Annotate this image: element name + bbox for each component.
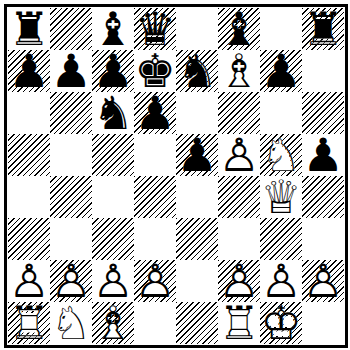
white-pawn-fill-layer: ♟ bbox=[218, 134, 260, 176]
white-pawn[interactable]: ♙ bbox=[218, 134, 260, 176]
black-rook[interactable]: ♜ bbox=[302, 8, 344, 50]
square-b2[interactable]: ♟♙ bbox=[50, 260, 92, 302]
square-f5[interactable]: ♟♙ bbox=[218, 134, 260, 176]
square-a3[interactable] bbox=[8, 218, 50, 260]
square-g8[interactable] bbox=[260, 8, 302, 50]
square-b4[interactable] bbox=[50, 176, 92, 218]
white-pawn[interactable]: ♙ bbox=[134, 260, 176, 302]
black-knight-fill-layer: ♞ bbox=[176, 50, 218, 92]
square-c2[interactable]: ♟♙ bbox=[92, 260, 134, 302]
white-bishop[interactable]: ♗ bbox=[218, 50, 260, 92]
square-c4[interactable] bbox=[92, 176, 134, 218]
black-queen-fill-layer: ♛ bbox=[134, 8, 176, 50]
square-d6[interactable]: ♟♟ bbox=[134, 92, 176, 134]
square-f3[interactable] bbox=[218, 218, 260, 260]
black-rook-fill-layer: ♜ bbox=[302, 8, 344, 50]
white-bishop-fill-layer: ♝ bbox=[92, 302, 134, 344]
square-h7[interactable] bbox=[302, 50, 344, 92]
board-frame: ♜♜♝♝♛♛♝♝♜♜♟♟♟♟♟♟♚♚♞♞♝♗♟♟♞♞♟♟♟♟♟♙♞♘♟♟♛♕♟♙… bbox=[4, 4, 348, 348]
white-pawn[interactable]: ♙ bbox=[302, 260, 344, 302]
white-queen[interactable]: ♕ bbox=[260, 176, 302, 218]
square-b5[interactable] bbox=[50, 134, 92, 176]
square-h3[interactable] bbox=[302, 218, 344, 260]
square-b6[interactable] bbox=[50, 92, 92, 134]
white-king-fill-layer: ♚ bbox=[260, 302, 302, 344]
black-pawn-fill-layer: ♟ bbox=[8, 50, 50, 92]
square-d5[interactable] bbox=[134, 134, 176, 176]
square-a7[interactable]: ♟♟ bbox=[8, 50, 50, 92]
square-b7[interactable]: ♟♟ bbox=[50, 50, 92, 92]
square-d4[interactable] bbox=[134, 176, 176, 218]
black-pawn[interactable]: ♟ bbox=[302, 134, 344, 176]
black-pawn-fill-layer: ♟ bbox=[134, 92, 176, 134]
chess-diagram: ♜♜♝♝♛♛♝♝♜♜♟♟♟♟♟♟♚♚♞♞♝♗♟♟♞♞♟♟♟♟♟♙♞♘♟♟♛♕♟♙… bbox=[0, 0, 350, 350]
black-bishop-fill-layer: ♝ bbox=[218, 8, 260, 50]
square-e6[interactable] bbox=[176, 92, 218, 134]
white-king[interactable]: ♔ bbox=[260, 302, 302, 344]
black-rook[interactable]: ♜ bbox=[8, 8, 50, 50]
white-knight[interactable]: ♘ bbox=[260, 134, 302, 176]
chess-board: ♜♜♝♝♛♛♝♝♜♜♟♟♟♟♟♟♚♚♞♞♝♗♟♟♞♞♟♟♟♟♟♙♞♘♟♟♛♕♟♙… bbox=[8, 8, 344, 344]
white-bishop[interactable]: ♗ bbox=[92, 302, 134, 344]
white-pawn[interactable]: ♙ bbox=[218, 260, 260, 302]
white-bishop-fill-layer: ♝ bbox=[218, 50, 260, 92]
square-g3[interactable] bbox=[260, 218, 302, 260]
black-king-fill-layer: ♚ bbox=[134, 50, 176, 92]
black-knight[interactable]: ♞ bbox=[176, 50, 218, 92]
black-bishop[interactable]: ♝ bbox=[92, 8, 134, 50]
square-e4[interactable] bbox=[176, 176, 218, 218]
black-pawn-fill-layer: ♟ bbox=[302, 134, 344, 176]
square-a1[interactable]: ♜♖ bbox=[8, 302, 50, 344]
square-d2[interactable]: ♟♙ bbox=[134, 260, 176, 302]
black-pawn-fill-layer: ♟ bbox=[50, 50, 92, 92]
white-pawn-fill-layer: ♟ bbox=[50, 260, 92, 302]
white-pawn-fill-layer: ♟ bbox=[218, 260, 260, 302]
square-h6[interactable] bbox=[302, 92, 344, 134]
white-pawn-fill-layer: ♟ bbox=[92, 260, 134, 302]
square-c8[interactable]: ♝♝ bbox=[92, 8, 134, 50]
square-a4[interactable] bbox=[8, 176, 50, 218]
square-h1[interactable] bbox=[302, 302, 344, 344]
square-e2[interactable] bbox=[176, 260, 218, 302]
black-pawn-fill-layer: ♟ bbox=[92, 50, 134, 92]
white-rook-fill-layer: ♜ bbox=[8, 302, 50, 344]
black-pawn-fill-layer: ♟ bbox=[176, 134, 218, 176]
black-king[interactable]: ♚ bbox=[134, 50, 176, 92]
square-e1[interactable] bbox=[176, 302, 218, 344]
white-pawn-fill-layer: ♟ bbox=[8, 260, 50, 302]
black-knight[interactable]: ♞ bbox=[92, 92, 134, 134]
square-c5[interactable] bbox=[92, 134, 134, 176]
square-f4[interactable] bbox=[218, 176, 260, 218]
square-f6[interactable] bbox=[218, 92, 260, 134]
black-pawn[interactable]: ♟ bbox=[176, 134, 218, 176]
square-g7[interactable]: ♟♟ bbox=[260, 50, 302, 92]
white-pawn[interactable]: ♙ bbox=[260, 260, 302, 302]
square-d7[interactable]: ♚♚ bbox=[134, 50, 176, 92]
square-d1[interactable] bbox=[134, 302, 176, 344]
square-d8[interactable]: ♛♛ bbox=[134, 8, 176, 50]
black-pawn[interactable]: ♟ bbox=[8, 50, 50, 92]
square-b1[interactable]: ♞♘ bbox=[50, 302, 92, 344]
square-e8[interactable] bbox=[176, 8, 218, 50]
square-c3[interactable] bbox=[92, 218, 134, 260]
square-g5[interactable]: ♞♘ bbox=[260, 134, 302, 176]
white-pawn-fill-layer: ♟ bbox=[302, 260, 344, 302]
square-a2[interactable]: ♟♙ bbox=[8, 260, 50, 302]
white-rook-fill-layer: ♜ bbox=[218, 302, 260, 344]
black-knight-fill-layer: ♞ bbox=[92, 92, 134, 134]
square-h2[interactable]: ♟♙ bbox=[302, 260, 344, 302]
black-bishop[interactable]: ♝ bbox=[218, 8, 260, 50]
square-f7[interactable]: ♝♗ bbox=[218, 50, 260, 92]
black-pawn[interactable]: ♟ bbox=[92, 50, 134, 92]
black-pawn-fill-layer: ♟ bbox=[260, 50, 302, 92]
black-bishop-fill-layer: ♝ bbox=[92, 8, 134, 50]
square-a8[interactable]: ♜♜ bbox=[8, 8, 50, 50]
square-g6[interactable] bbox=[260, 92, 302, 134]
square-b8[interactable] bbox=[50, 8, 92, 50]
white-pawn[interactable]: ♙ bbox=[8, 260, 50, 302]
white-queen-fill-layer: ♛ bbox=[260, 176, 302, 218]
black-pawn[interactable]: ♟ bbox=[260, 50, 302, 92]
white-pawn-fill-layer: ♟ bbox=[260, 260, 302, 302]
black-queen[interactable]: ♛ bbox=[134, 8, 176, 50]
square-h4[interactable] bbox=[302, 176, 344, 218]
square-b3[interactable] bbox=[50, 218, 92, 260]
white-rook[interactable]: ♖ bbox=[8, 302, 50, 344]
square-f2[interactable]: ♟♙ bbox=[218, 260, 260, 302]
square-c6[interactable]: ♞♞ bbox=[92, 92, 134, 134]
square-f1[interactable]: ♜♖ bbox=[218, 302, 260, 344]
square-d3[interactable] bbox=[134, 218, 176, 260]
square-c7[interactable]: ♟♟ bbox=[92, 50, 134, 92]
square-e7[interactable]: ♞♞ bbox=[176, 50, 218, 92]
white-rook[interactable]: ♖ bbox=[218, 302, 260, 344]
square-e3[interactable] bbox=[176, 218, 218, 260]
square-h8[interactable]: ♜♜ bbox=[302, 8, 344, 50]
square-g2[interactable]: ♟♙ bbox=[260, 260, 302, 302]
white-pawn[interactable]: ♙ bbox=[50, 260, 92, 302]
square-f8[interactable]: ♝♝ bbox=[218, 8, 260, 50]
black-rook-fill-layer: ♜ bbox=[8, 8, 50, 50]
white-knight-fill-layer: ♞ bbox=[50, 302, 92, 344]
black-pawn[interactable]: ♟ bbox=[134, 92, 176, 134]
white-knight[interactable]: ♘ bbox=[50, 302, 92, 344]
black-pawn[interactable]: ♟ bbox=[50, 50, 92, 92]
square-g4[interactable]: ♛♕ bbox=[260, 176, 302, 218]
square-c1[interactable]: ♝♗ bbox=[92, 302, 134, 344]
white-pawn-fill-layer: ♟ bbox=[134, 260, 176, 302]
square-g1[interactable]: ♚♔ bbox=[260, 302, 302, 344]
square-a6[interactable] bbox=[8, 92, 50, 134]
square-a5[interactable] bbox=[8, 134, 50, 176]
square-h5[interactable]: ♟♟ bbox=[302, 134, 344, 176]
white-knight-fill-layer: ♞ bbox=[260, 134, 302, 176]
square-e5[interactable]: ♟♟ bbox=[176, 134, 218, 176]
white-pawn[interactable]: ♙ bbox=[92, 260, 134, 302]
